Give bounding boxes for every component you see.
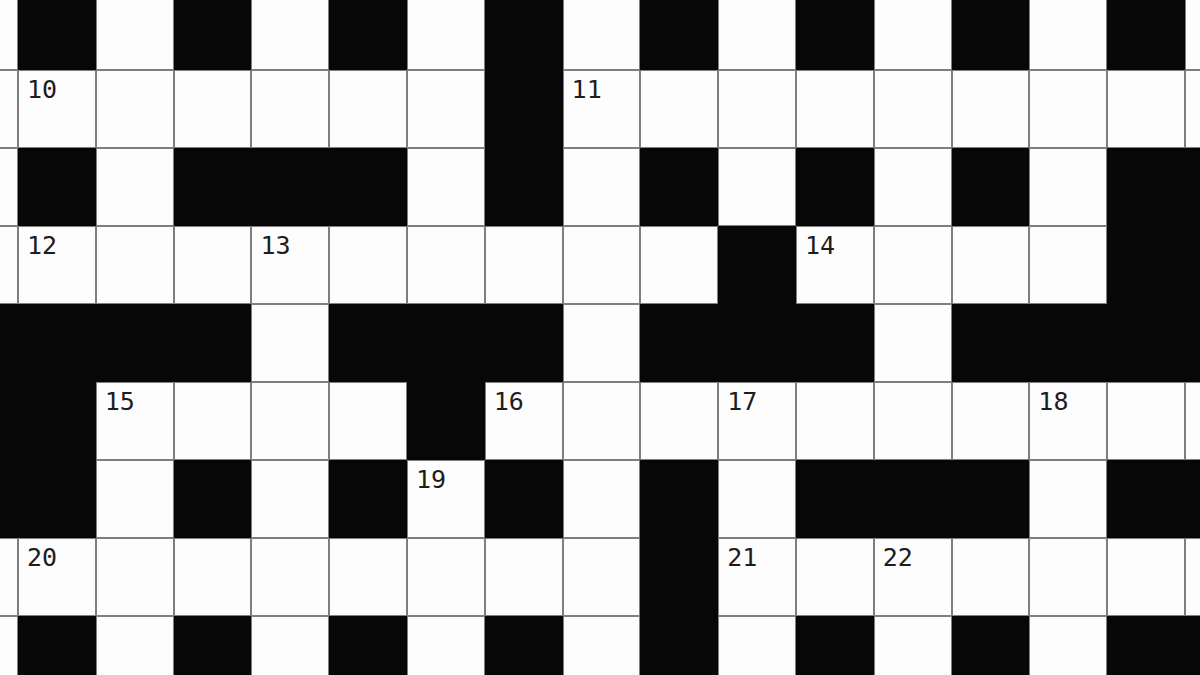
cell-r6-c13	[952, 460, 1030, 538]
cell-r7-c1[interactable]: 20	[18, 538, 96, 616]
cell-r6-c3	[174, 460, 252, 538]
cell-r3-c8[interactable]	[563, 226, 641, 304]
cell-r4-c3	[174, 304, 252, 382]
cell-r6-c1	[18, 460, 96, 538]
cell-r1-c0[interactable]	[0, 70, 18, 148]
cell-r0-c8[interactable]	[563, 0, 641, 70]
cell-r8-c4[interactable]	[251, 616, 329, 675]
cell-r2-c15	[1107, 148, 1185, 226]
clue-number: 20	[27, 545, 57, 570]
cell-r4-c1	[18, 304, 96, 382]
cell-r2-c16	[1185, 148, 1200, 226]
cell-r0-c14[interactable]	[1029, 0, 1107, 70]
cell-r6-c14[interactable]	[1029, 460, 1107, 538]
cell-r8-c9	[640, 616, 718, 675]
cell-r4-c4[interactable]	[251, 304, 329, 382]
cell-r2-c8[interactable]	[563, 148, 641, 226]
clue-number: 21	[727, 545, 757, 570]
cell-r8-c1	[18, 616, 96, 675]
cell-r4-c5	[329, 304, 407, 382]
cell-r4-c0	[0, 304, 18, 382]
cell-r2-c14[interactable]	[1029, 148, 1107, 226]
cell-r1-c6[interactable]	[407, 70, 485, 148]
cell-r8-c14[interactable]	[1029, 616, 1107, 675]
cell-r6-c15	[1107, 460, 1185, 538]
cell-r8-c0[interactable]	[0, 616, 18, 675]
cell-r7-c16[interactable]	[1185, 538, 1200, 616]
cell-r1-c11[interactable]	[796, 70, 874, 148]
cell-r0-c15	[1107, 0, 1185, 70]
cell-r5-c3[interactable]	[174, 382, 252, 460]
cell-r2-c11	[796, 148, 874, 226]
cell-r3-c4[interactable]: 13	[251, 226, 329, 304]
cell-r7-c11[interactable]	[796, 538, 874, 616]
cell-r2-c4	[251, 148, 329, 226]
cell-r7-c3[interactable]	[174, 538, 252, 616]
cell-r8-c11	[796, 616, 874, 675]
cell-r5-c14[interactable]: 18	[1029, 382, 1107, 460]
cell-r6-c6[interactable]: 19	[407, 460, 485, 538]
cell-r3-c3[interactable]	[174, 226, 252, 304]
cell-r5-c0	[0, 382, 18, 460]
cell-r3-c12[interactable]	[874, 226, 952, 304]
cell-r5-c16[interactable]	[1185, 382, 1200, 460]
cell-r8-c13	[952, 616, 1030, 675]
cell-r8-c7	[485, 616, 563, 675]
cell-r3-c0[interactable]	[0, 226, 18, 304]
cell-r3-c15	[1107, 226, 1185, 304]
cell-r2-c2[interactable]	[96, 148, 174, 226]
clue-number: 22	[883, 545, 913, 570]
cell-r6-c7	[485, 460, 563, 538]
cell-r5-c10[interactable]: 17	[718, 382, 796, 460]
cell-r8-c12[interactable]	[874, 616, 952, 675]
cell-r8-c6[interactable]	[407, 616, 485, 675]
cell-r7-c0[interactable]	[0, 538, 18, 616]
cell-r5-c15[interactable]	[1107, 382, 1185, 460]
cell-r6-c10[interactable]	[718, 460, 796, 538]
cell-r4-c11	[796, 304, 874, 382]
cell-r0-c0[interactable]	[0, 0, 18, 70]
cell-r7-c4[interactable]	[251, 538, 329, 616]
clue-number: 17	[727, 389, 757, 414]
cell-r0-c10[interactable]	[718, 0, 796, 70]
cell-r3-c5[interactable]	[329, 226, 407, 304]
cell-r1-c4[interactable]	[251, 70, 329, 148]
cell-r4-c15	[1107, 304, 1185, 382]
cell-r2-c7	[485, 148, 563, 226]
cell-r6-c9	[640, 460, 718, 538]
cell-r3-c6[interactable]	[407, 226, 485, 304]
clue-number: 19	[416, 467, 446, 492]
cell-r5-c7[interactable]: 16	[485, 382, 563, 460]
cell-r5-c12[interactable]	[874, 382, 952, 460]
cell-r5-c11[interactable]	[796, 382, 874, 460]
cell-r5-c6	[407, 382, 485, 460]
cell-r8-c5	[329, 616, 407, 675]
clue-number: 18	[1038, 389, 1068, 414]
cell-r4-c10	[718, 304, 796, 382]
cell-r4-c16	[1185, 304, 1200, 382]
cell-r6-c12	[874, 460, 952, 538]
clue-number: 13	[260, 233, 290, 258]
cell-r1-c7	[485, 70, 563, 148]
cell-r3-c9[interactable]	[640, 226, 718, 304]
cell-r0-c3	[174, 0, 252, 70]
cell-r4-c12[interactable]	[874, 304, 952, 382]
cell-r7-c2[interactable]	[96, 538, 174, 616]
cell-r2-c10[interactable]	[718, 148, 796, 226]
cell-r7-c9	[640, 538, 718, 616]
cell-r7-c10[interactable]: 21	[718, 538, 796, 616]
cell-r1-c9[interactable]	[640, 70, 718, 148]
cell-r4-c14	[1029, 304, 1107, 382]
clue-number: 10	[27, 77, 57, 102]
cell-r0-c11	[796, 0, 874, 70]
cell-r2-c1	[18, 148, 96, 226]
cell-r2-c9	[640, 148, 718, 226]
cell-r4-c9	[640, 304, 718, 382]
cell-r3-c14[interactable]	[1029, 226, 1107, 304]
cell-r3-c13[interactable]	[952, 226, 1030, 304]
cell-r0-c12[interactable]	[874, 0, 952, 70]
cell-r1-c15[interactable]	[1107, 70, 1185, 148]
cell-r7-c7[interactable]	[485, 538, 563, 616]
cell-r6-c16	[1185, 460, 1200, 538]
cell-r1-c10[interactable]	[718, 70, 796, 148]
cell-r0-c4[interactable]	[251, 0, 329, 70]
cell-r7-c14[interactable]	[1029, 538, 1107, 616]
cell-r2-c12[interactable]	[874, 148, 952, 226]
cell-r2-c6[interactable]	[407, 148, 485, 226]
cell-r2-c3	[174, 148, 252, 226]
cell-r7-c5[interactable]	[329, 538, 407, 616]
clue-number: 15	[105, 389, 135, 414]
cell-r3-c1[interactable]: 12	[18, 226, 96, 304]
cell-r0-c1	[18, 0, 96, 70]
cell-r1-c13[interactable]	[952, 70, 1030, 148]
cell-r0-c6[interactable]	[407, 0, 485, 70]
cell-r1-c3[interactable]	[174, 70, 252, 148]
cell-r6-c11	[796, 460, 874, 538]
cell-r7-c8[interactable]	[563, 538, 641, 616]
cell-r7-c13[interactable]	[952, 538, 1030, 616]
cell-r7-c12[interactable]: 22	[874, 538, 952, 616]
cell-r8-c10[interactable]	[718, 616, 796, 675]
cell-r5-c8[interactable]	[563, 382, 641, 460]
cell-r3-c2[interactable]	[96, 226, 174, 304]
clue-number: 16	[494, 389, 524, 414]
cell-r4-c13	[952, 304, 1030, 382]
cell-r5-c2[interactable]: 15	[96, 382, 174, 460]
cell-r1-c1[interactable]: 10	[18, 70, 96, 148]
cell-r6-c4[interactable]	[251, 460, 329, 538]
cell-r8-c3	[174, 616, 252, 675]
cell-r3-c7[interactable]	[485, 226, 563, 304]
cell-r5-c4[interactable]	[251, 382, 329, 460]
cell-r1-c14[interactable]	[1029, 70, 1107, 148]
cell-r3-c16	[1185, 226, 1200, 304]
cell-r5-c13[interactable]	[952, 382, 1030, 460]
clue-number: 11	[572, 77, 602, 102]
crossword-grid: 10111213141516171819202122	[0, 0, 1200, 675]
cell-r4-c6	[407, 304, 485, 382]
cell-r8-c16	[1185, 616, 1200, 675]
cell-r0-c5	[329, 0, 407, 70]
cell-r5-c9[interactable]	[640, 382, 718, 460]
cell-r5-c1	[18, 382, 96, 460]
puzzle-viewport: 10111213141516171819202122	[0, 0, 1200, 675]
cell-r1-c5[interactable]	[329, 70, 407, 148]
cell-r4-c2	[96, 304, 174, 382]
cell-r8-c15	[1107, 616, 1185, 675]
clue-number: 12	[27, 233, 57, 258]
cell-r6-c2[interactable]	[96, 460, 174, 538]
cell-r2-c0[interactable]	[0, 148, 18, 226]
cell-r0-c7	[485, 0, 563, 70]
cell-r6-c0	[0, 460, 18, 538]
cell-r1-c12[interactable]	[874, 70, 952, 148]
cell-r7-c15[interactable]	[1107, 538, 1185, 616]
cell-r6-c8[interactable]	[563, 460, 641, 538]
cell-r7-c6[interactable]	[407, 538, 485, 616]
cell-r2-c13	[952, 148, 1030, 226]
cell-r0-c16[interactable]	[1185, 0, 1200, 70]
cell-r8-c2[interactable]	[96, 616, 174, 675]
clue-number: 14	[805, 233, 835, 258]
cell-r0-c13	[952, 0, 1030, 70]
cell-r3-c11[interactable]: 14	[796, 226, 874, 304]
cell-r6-c5	[329, 460, 407, 538]
cell-r4-c7	[485, 304, 563, 382]
cell-r4-c8[interactable]	[563, 304, 641, 382]
cell-r0-c2[interactable]	[96, 0, 174, 70]
cell-r8-c8[interactable]	[563, 616, 641, 675]
cell-r0-c9	[640, 0, 718, 70]
cell-r1-c2[interactable]	[96, 70, 174, 148]
cell-r3-c10	[718, 226, 796, 304]
cell-r2-c5	[329, 148, 407, 226]
cell-r1-c16[interactable]	[1185, 70, 1200, 148]
cell-r5-c5[interactable]	[329, 382, 407, 460]
cell-r1-c8[interactable]: 11	[563, 70, 641, 148]
